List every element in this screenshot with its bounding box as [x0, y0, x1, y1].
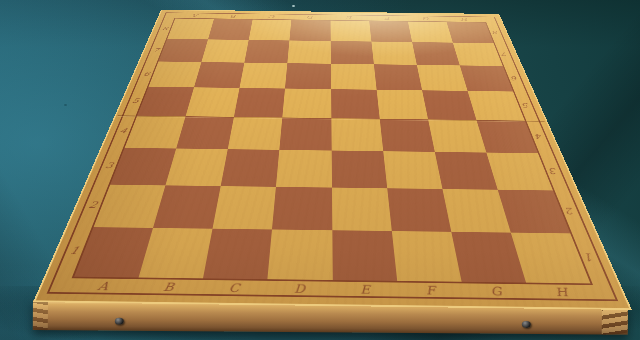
- square-f8[interactable]: [369, 21, 412, 42]
- square-c8[interactable]: [249, 20, 292, 41]
- square-f1[interactable]: [391, 231, 461, 282]
- file-label-top-e: E: [330, 15, 369, 20]
- file-label-e: E: [332, 282, 398, 297]
- file-label-c: C: [200, 280, 267, 295]
- square-b6[interactable]: [194, 62, 244, 88]
- hinge-pin-right: [522, 321, 531, 328]
- file-label-g: G: [462, 283, 531, 298]
- square-f3[interactable]: [383, 151, 442, 189]
- file-label-top-d: D: [292, 15, 331, 20]
- square-a8[interactable]: [167, 19, 214, 40]
- photo-scene: ABCDEFGH ABCDEFGH 12345678 12345678: [0, 0, 640, 340]
- file-label-f: F: [397, 283, 465, 298]
- square-c2[interactable]: [213, 186, 276, 229]
- square-c1[interactable]: [203, 229, 272, 280]
- file-label-top-a: A: [175, 13, 215, 18]
- dust-speck: [64, 104, 67, 106]
- square-d1[interactable]: [268, 229, 333, 280]
- square-e8[interactable]: [330, 21, 371, 42]
- square-c4[interactable]: [228, 117, 283, 150]
- square-d4[interactable]: [280, 117, 332, 150]
- square-d5[interactable]: [283, 89, 331, 118]
- square-d6[interactable]: [285, 63, 331, 89]
- square-e4[interactable]: [331, 118, 383, 151]
- square-a7[interactable]: [158, 39, 208, 62]
- hinge-pin-left: [115, 318, 124, 325]
- file-label-top-c: C: [253, 14, 292, 19]
- square-c6[interactable]: [240, 63, 288, 89]
- square-d3[interactable]: [276, 150, 331, 188]
- square-f5[interactable]: [376, 90, 427, 119]
- square-d2[interactable]: [272, 187, 332, 230]
- square-b1[interactable]: [139, 228, 213, 279]
- square-b8[interactable]: [208, 19, 253, 40]
- file-label-h: H: [526, 284, 596, 299]
- file-label-top-h: H: [445, 17, 485, 22]
- square-e3[interactable]: [331, 150, 387, 188]
- file-label-b: B: [134, 279, 203, 294]
- square-c7[interactable]: [244, 40, 289, 63]
- file-label-a: A: [68, 278, 138, 293]
- square-b2[interactable]: [153, 185, 221, 228]
- square-e5[interactable]: [331, 89, 380, 118]
- square-g7[interactable]: [412, 42, 460, 65]
- square-e6[interactable]: [331, 64, 377, 90]
- file-label-top-f: F: [368, 16, 407, 21]
- square-d8[interactable]: [290, 20, 331, 41]
- square-b5[interactable]: [186, 87, 240, 116]
- finger-joints-left: [33, 300, 48, 331]
- square-e1[interactable]: [332, 230, 397, 281]
- file-label-top-g: G: [407, 16, 447, 21]
- chess-board: ABCDEFGH ABCDEFGH 12345678 12345678: [33, 10, 632, 310]
- dust-speck: [292, 5, 295, 7]
- square-c5[interactable]: [234, 88, 285, 117]
- square-a6[interactable]: [148, 62, 201, 88]
- square-e7[interactable]: [330, 41, 373, 64]
- square-c3[interactable]: [221, 149, 280, 187]
- square-f7[interactable]: [371, 42, 416, 65]
- square-d7[interactable]: [288, 41, 331, 64]
- square-b7[interactable]: [201, 39, 248, 62]
- square-a5[interactable]: [137, 87, 194, 116]
- file-label-top-b: B: [214, 14, 254, 19]
- square-f2[interactable]: [387, 188, 451, 232]
- square-b3[interactable]: [166, 148, 228, 186]
- square-e2[interactable]: [332, 187, 392, 231]
- square-f6[interactable]: [374, 64, 422, 90]
- file-label-d: D: [266, 281, 332, 296]
- square-g8[interactable]: [408, 22, 453, 43]
- square-b4[interactable]: [176, 116, 234, 149]
- square-f4[interactable]: [379, 119, 434, 152]
